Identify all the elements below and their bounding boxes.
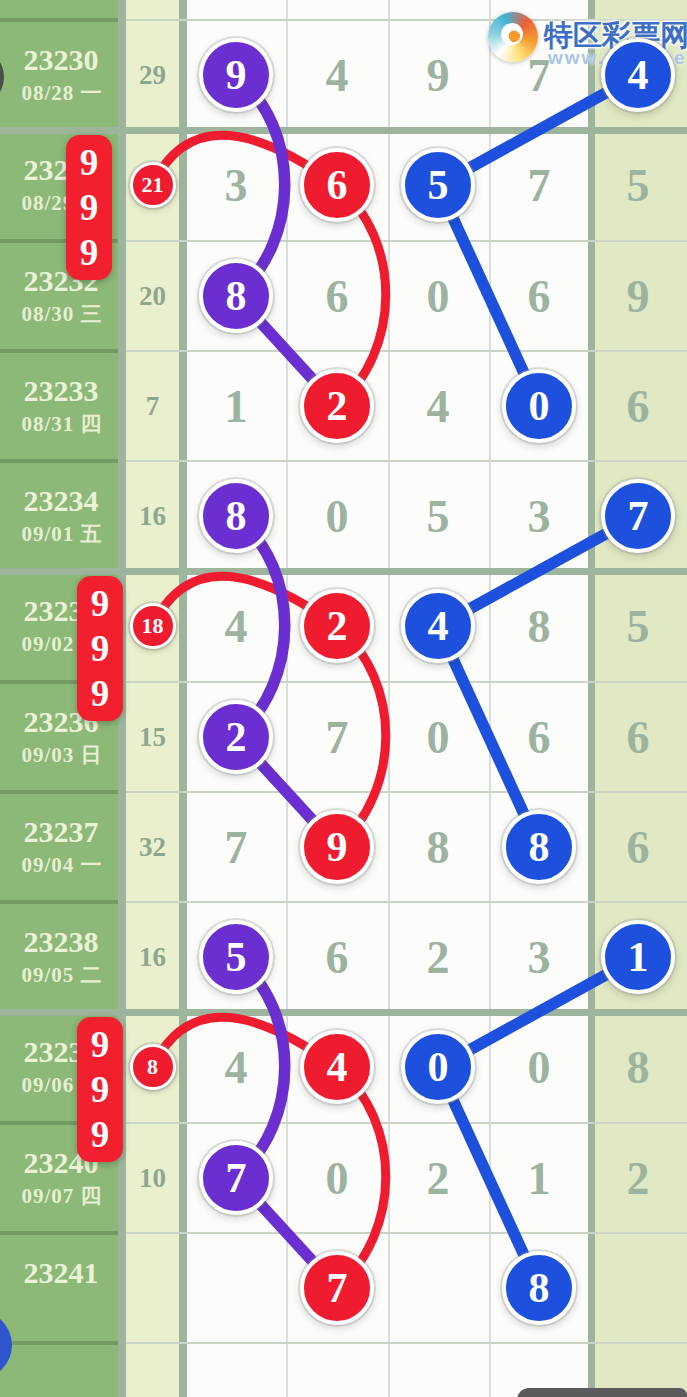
badge-999-digit: 9 <box>80 230 99 275</box>
badge-999: 999 <box>66 135 112 280</box>
digit-circle-blue: 8 <box>502 1251 576 1325</box>
digit-circle-purple: 9 <box>199 38 273 112</box>
digit-circle-blue: 7 <box>601 479 675 553</box>
digit-circle-red: 4 <box>300 1030 374 1104</box>
clipped-toolbar-fragment[interactable] <box>517 1388 687 1397</box>
digit-circle-blue: 1 <box>601 920 675 994</box>
badge-999-digit: 9 <box>80 185 99 230</box>
badge-999-digit: 9 <box>91 581 110 626</box>
digit-circle-red: 6 <box>300 148 374 222</box>
digit-circle-red: 2 <box>300 589 374 663</box>
digit-circle-purple: 7 <box>199 1141 273 1215</box>
trend-line-purple <box>236 516 337 847</box>
trend-line-blue <box>438 516 638 847</box>
badge-999-digit: 9 <box>80 140 99 185</box>
digit-circle-blue: 8 <box>502 810 576 884</box>
sum-red-circle: 8 <box>130 1044 176 1090</box>
digit-circle-purple: 2 <box>199 700 273 774</box>
badge-999-digit: 9 <box>91 626 110 671</box>
sum-red-circle: 18 <box>130 603 176 649</box>
digit-circle-blue: 4 <box>401 589 475 663</box>
badge-999-digit: 9 <box>91 1067 110 1112</box>
digit-circle-purple: 5 <box>199 920 273 994</box>
trend-line-purple <box>236 957 337 1288</box>
digit-circle-blue: 0 <box>401 1030 475 1104</box>
badge-999-digit: 9 <box>91 1022 110 1067</box>
trend-line-blue <box>438 957 638 1288</box>
digit-circle-blue: 4 <box>601 38 675 112</box>
trend-line-blue <box>438 75 638 406</box>
digit-circle-blue: 5 <box>401 148 475 222</box>
badge-999: 999 <box>77 1017 123 1162</box>
digit-circle-purple: 8 <box>199 479 273 553</box>
digit-circle-red: 7 <box>300 1251 374 1325</box>
digit-circle-red: 2 <box>300 369 374 443</box>
badge-999-digit: 9 <box>91 671 110 716</box>
sum-red-circle: 21 <box>130 162 176 208</box>
digit-circle-red: 9 <box>300 810 374 884</box>
badge-999-digit: 9 <box>91 1112 110 1157</box>
digit-circle-purple: 8 <box>199 259 273 333</box>
badge-999: 999 <box>77 576 123 721</box>
trend-chart-canvas: 2323008/28 一292323108/29 二2323208/30 三20… <box>0 0 687 1397</box>
trend-line-purple <box>236 75 337 406</box>
digit-circle-blue: 0 <box>502 369 576 443</box>
